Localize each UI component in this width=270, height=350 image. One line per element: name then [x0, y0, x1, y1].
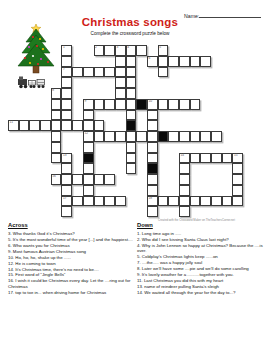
- no-cell: [83, 56, 94, 67]
- no-cell: [40, 110, 51, 121]
- answer-cell[interactable]: [168, 99, 179, 110]
- answer-cell[interactable]: 13: [61, 153, 72, 164]
- answer-cell[interactable]: [83, 110, 94, 121]
- answer-cell[interactable]: [190, 196, 201, 207]
- answer-cell[interactable]: [104, 196, 115, 207]
- no-cell: [168, 120, 179, 131]
- answer-cell[interactable]: [136, 45, 147, 56]
- answer-cell[interactable]: [104, 131, 115, 142]
- no-cell: [211, 77, 222, 88]
- answer-cell[interactable]: [104, 174, 115, 185]
- answer-cell[interactable]: [51, 120, 62, 131]
- no-cell: [115, 110, 126, 121]
- no-cell: [232, 99, 243, 110]
- answer-cell[interactable]: [147, 110, 158, 121]
- no-cell: [94, 88, 105, 99]
- no-cell: [19, 56, 30, 67]
- answer-cell[interactable]: [179, 99, 190, 110]
- answer-cell[interactable]: [51, 110, 62, 121]
- answer-cell[interactable]: [61, 120, 72, 131]
- no-cell: [168, 67, 179, 78]
- across-clue-list: 3. Who thanks God it's Christmas?5. It's…: [8, 231, 135, 295]
- answer-cell[interactable]: [222, 196, 233, 207]
- down-clues-section: Down 1. Long time ago in .....2. Who did…: [137, 222, 263, 296]
- no-cell: [51, 67, 62, 78]
- no-cell: [8, 163, 19, 174]
- answer-cell[interactable]: [200, 131, 211, 142]
- no-cell: [136, 88, 147, 99]
- answer-cell[interactable]: 11: [8, 120, 19, 131]
- answer-cell[interactable]: [190, 131, 201, 142]
- no-cell: [179, 67, 190, 78]
- answer-cell[interactable]: 17: [61, 196, 72, 207]
- no-cell: [126, 206, 137, 217]
- clue-number: 10: [149, 100, 153, 103]
- answer-cell[interactable]: 5: [158, 45, 169, 56]
- no-cell: [136, 110, 147, 121]
- answer-cell[interactable]: [147, 142, 158, 153]
- no-cell: [83, 206, 94, 217]
- page-subtitle: Complete the crossword puzzle below: [48, 31, 212, 36]
- answer-cell[interactable]: [83, 163, 94, 174]
- no-cell: [136, 153, 147, 164]
- answer-cell[interactable]: [61, 174, 72, 185]
- no-cell: [104, 153, 115, 164]
- no-cell: [104, 206, 115, 217]
- answer-cell[interactable]: [115, 196, 126, 207]
- no-cell: [158, 163, 169, 174]
- no-cell: [51, 45, 62, 56]
- answer-cell[interactable]: [179, 131, 190, 142]
- answer-cell[interactable]: [83, 185, 94, 196]
- no-cell: [94, 56, 105, 67]
- no-cell: [19, 153, 30, 164]
- no-cell: [179, 142, 190, 153]
- across-clue: 6. Who wants you for Christmas: [8, 243, 135, 248]
- no-cell: [211, 56, 222, 67]
- answer-cell[interactable]: [179, 206, 190, 217]
- black-cell: [158, 131, 169, 142]
- answer-cell[interactable]: [147, 174, 158, 185]
- no-cell: [19, 77, 30, 88]
- clue-number: 7: [63, 68, 65, 71]
- answer-cell[interactable]: [51, 99, 62, 110]
- answer-cell[interactable]: [61, 56, 72, 67]
- no-cell: [211, 45, 222, 56]
- no-cell: [211, 67, 222, 78]
- clue-number: 13: [63, 154, 67, 157]
- answer-cell[interactable]: [61, 206, 72, 217]
- no-cell: [72, 185, 83, 196]
- across-clue: 16. I wish it could be Christmas every d…: [8, 278, 135, 289]
- answer-cell[interactable]: [126, 131, 137, 142]
- no-cell: [158, 120, 169, 131]
- no-cell: [168, 185, 179, 196]
- answer-cell[interactable]: [61, 163, 72, 174]
- answer-cell[interactable]: 1: [61, 45, 72, 56]
- no-cell: [40, 153, 51, 164]
- no-cell: [29, 174, 40, 185]
- no-cell: [211, 174, 222, 185]
- answer-cell[interactable]: [232, 185, 243, 196]
- answer-cell[interactable]: [115, 88, 126, 99]
- answer-cell[interactable]: [168, 196, 179, 207]
- no-cell: [136, 196, 147, 207]
- answer-cell[interactable]: [126, 67, 137, 78]
- no-cell: [190, 45, 201, 56]
- answer-cell[interactable]: [126, 88, 137, 99]
- no-cell: [51, 56, 62, 67]
- no-cell: [8, 153, 19, 164]
- no-cell: [72, 99, 83, 110]
- answer-cell[interactable]: 7: [61, 67, 72, 78]
- no-cell: [158, 185, 169, 196]
- answer-cell[interactable]: [94, 131, 105, 142]
- no-cell: [8, 131, 19, 142]
- answer-cell[interactable]: [61, 110, 72, 121]
- no-cell: [211, 142, 222, 153]
- answer-cell[interactable]: [104, 67, 115, 78]
- answer-cell[interactable]: [211, 153, 222, 164]
- clue-number: 18: [149, 197, 153, 200]
- no-cell: [126, 185, 137, 196]
- answer-cell[interactable]: 4: [126, 45, 137, 56]
- answer-cell[interactable]: [115, 131, 126, 142]
- answer-cell[interactable]: 2: [94, 45, 105, 56]
- no-cell: [115, 185, 126, 196]
- no-cell: [136, 185, 147, 196]
- no-cell: [222, 142, 233, 153]
- no-cell: [83, 88, 94, 99]
- no-cell: [158, 174, 169, 185]
- answer-cell[interactable]: 3: [115, 45, 126, 56]
- no-cell: [168, 206, 179, 217]
- clue-number: 9: [84, 100, 86, 103]
- answer-cell[interactable]: [61, 99, 72, 110]
- no-cell: [136, 120, 147, 131]
- answer-cell[interactable]: [179, 56, 190, 67]
- no-cell: [94, 163, 105, 174]
- clue-number: 15: [234, 154, 238, 157]
- no-cell: [168, 174, 179, 185]
- no-cell: [104, 163, 115, 174]
- no-cell: [72, 45, 83, 56]
- answer-cell[interactable]: 10: [147, 99, 158, 110]
- no-cell: [222, 56, 233, 67]
- crossword-grid: 123456789101112131415161718: [8, 45, 243, 217]
- no-cell: [222, 110, 233, 121]
- answer-cell[interactable]: [200, 153, 211, 164]
- no-cell: [72, 56, 83, 67]
- no-cell: [222, 120, 233, 131]
- clue-number: 14: [181, 154, 185, 157]
- no-cell: [158, 153, 169, 164]
- no-cell: [190, 77, 201, 88]
- no-cell: [200, 110, 211, 121]
- answer-cell[interactable]: 6: [147, 56, 158, 67]
- no-cell: [94, 153, 105, 164]
- no-cell: [29, 45, 40, 56]
- no-cell: [51, 196, 62, 207]
- no-cell: [190, 110, 201, 121]
- no-cell: [179, 120, 190, 131]
- no-cell: [115, 174, 126, 185]
- down-header: Down: [137, 222, 263, 229]
- answer-cell[interactable]: [94, 174, 105, 185]
- answer-cell[interactable]: 16: [51, 174, 62, 185]
- no-cell: [83, 77, 94, 88]
- no-cell: [19, 99, 30, 110]
- no-cell: [222, 131, 233, 142]
- answer-cell[interactable]: [158, 56, 169, 67]
- no-cell: [222, 163, 233, 174]
- answer-cell[interactable]: [104, 45, 115, 56]
- answer-cell[interactable]: [179, 185, 190, 196]
- no-cell: [115, 206, 126, 217]
- answer-cell[interactable]: [29, 120, 40, 131]
- no-cell: [40, 45, 51, 56]
- answer-cell[interactable]: [94, 67, 105, 78]
- no-cell: [190, 67, 201, 78]
- answer-cell[interactable]: [147, 120, 158, 131]
- no-cell: [200, 163, 211, 174]
- no-cell: [136, 163, 147, 174]
- no-cell: [232, 131, 243, 142]
- answer-cell[interactable]: [94, 99, 105, 110]
- no-cell: [94, 77, 105, 88]
- answer-cell[interactable]: 18: [147, 196, 158, 207]
- no-cell: [29, 163, 40, 174]
- answer-cell[interactable]: [200, 196, 211, 207]
- no-cell: [40, 142, 51, 153]
- no-cell: [232, 56, 243, 67]
- answer-cell[interactable]: [126, 77, 137, 88]
- answer-cell[interactable]: [72, 120, 83, 131]
- answer-cell[interactable]: [126, 142, 137, 153]
- no-cell: [136, 206, 147, 217]
- no-cell: [29, 77, 40, 88]
- no-cell: [232, 142, 243, 153]
- no-cell: [200, 67, 211, 78]
- no-cell: [211, 185, 222, 196]
- answer-cell[interactable]: [72, 196, 83, 207]
- answer-cell[interactable]: [72, 174, 83, 185]
- answer-cell[interactable]: [179, 174, 190, 185]
- no-cell: [8, 196, 19, 207]
- answer-cell[interactable]: [147, 206, 158, 217]
- answer-cell[interactable]: [126, 56, 137, 67]
- no-cell: [115, 153, 126, 164]
- no-cell: [19, 110, 30, 121]
- answer-cell[interactable]: [83, 120, 94, 131]
- answer-cell[interactable]: 12: [83, 131, 94, 142]
- no-cell: [200, 206, 211, 217]
- answer-cell[interactable]: [115, 56, 126, 67]
- no-cell: [19, 67, 30, 78]
- across-clue: 5. It's the most wonderful time of the y…: [8, 237, 135, 242]
- no-cell: [8, 45, 19, 56]
- answer-cell[interactable]: [72, 67, 83, 78]
- no-cell: [222, 45, 233, 56]
- no-cell: [19, 185, 30, 196]
- no-cell: [40, 99, 51, 110]
- answer-cell[interactable]: [104, 99, 115, 110]
- answer-cell[interactable]: [179, 163, 190, 174]
- down-clue: 5. Coldplay's Christmas lights keep ....…: [137, 254, 263, 259]
- answer-cell[interactable]: [83, 174, 94, 185]
- no-cell: [232, 77, 243, 88]
- black-cell: [83, 153, 94, 164]
- answer-cell[interactable]: [211, 196, 222, 207]
- across-clue: 9. Most famous Austrian Christmas song: [8, 249, 135, 254]
- answer-cell[interactable]: [168, 56, 179, 67]
- no-cell: [179, 77, 190, 88]
- no-cell: [19, 88, 30, 99]
- answer-cell[interactable]: [179, 196, 190, 207]
- no-cell: [222, 185, 233, 196]
- no-cell: [83, 45, 94, 56]
- no-cell: [8, 99, 19, 110]
- answer-cell[interactable]: [19, 120, 30, 131]
- no-cell: [8, 142, 19, 153]
- no-cell: [190, 163, 201, 174]
- answer-cell[interactable]: [61, 77, 72, 88]
- clue-number: 12: [84, 132, 88, 135]
- no-cell: [51, 185, 62, 196]
- answer-cell[interactable]: [126, 110, 137, 121]
- no-cell: [222, 88, 233, 99]
- no-cell: [200, 174, 211, 185]
- no-cell: [40, 163, 51, 174]
- no-cell: [200, 88, 211, 99]
- no-cell: [8, 77, 19, 88]
- answer-cell[interactable]: [83, 67, 94, 78]
- answer-cell[interactable]: [232, 196, 243, 207]
- answer-cell[interactable]: [147, 131, 158, 142]
- answer-cell[interactable]: [51, 131, 62, 142]
- down-clue: 2. Who did I see kissing Santa Claus las…: [137, 237, 263, 242]
- no-cell: [61, 131, 72, 142]
- answer-cell[interactable]: [232, 163, 243, 174]
- answer-cell[interactable]: [147, 185, 158, 196]
- answer-cell[interactable]: [211, 131, 222, 142]
- no-cell: [8, 67, 19, 78]
- answer-cell[interactable]: [168, 131, 179, 142]
- answer-cell[interactable]: 14: [179, 153, 190, 164]
- no-cell: [29, 142, 40, 153]
- answer-cell[interactable]: [94, 120, 105, 131]
- no-cell: [104, 142, 115, 153]
- no-cell: [19, 174, 30, 185]
- answer-cell[interactable]: [126, 163, 137, 174]
- answer-cell[interactable]: [61, 88, 72, 99]
- no-cell: [232, 88, 243, 99]
- no-cell: [94, 142, 105, 153]
- no-cell: [72, 88, 83, 99]
- no-cell: [19, 142, 30, 153]
- answer-cell[interactable]: [51, 142, 62, 153]
- down-clue: 9. It's lovely weather for a ..........t…: [137, 272, 263, 277]
- answer-cell[interactable]: [158, 67, 169, 78]
- no-cell: [200, 142, 211, 153]
- no-cell: [8, 110, 19, 121]
- answer-cell[interactable]: [83, 142, 94, 153]
- no-cell: [211, 110, 222, 121]
- no-cell: [40, 88, 51, 99]
- no-cell: [232, 206, 243, 217]
- answer-cell[interactable]: [136, 131, 147, 142]
- answer-cell[interactable]: [126, 153, 137, 164]
- answer-cell[interactable]: 8: [51, 88, 62, 99]
- no-cell: [94, 206, 105, 217]
- no-cell: [72, 77, 83, 88]
- answer-cell[interactable]: [115, 67, 126, 78]
- answer-cell[interactable]: [115, 99, 126, 110]
- no-cell: [232, 67, 243, 78]
- no-cell: [72, 153, 83, 164]
- answer-cell[interactable]: [190, 153, 201, 164]
- no-cell: [200, 77, 211, 88]
- no-cell: [40, 56, 51, 67]
- no-cell: [29, 185, 40, 196]
- no-cell: [29, 206, 40, 217]
- across-clue: 10. Ho, ho, ho, shake up the ......: [8, 255, 135, 260]
- answer-cell[interactable]: [94, 196, 105, 207]
- no-cell: [168, 88, 179, 99]
- no-cell: [147, 67, 158, 78]
- answer-cell[interactable]: [61, 185, 72, 196]
- no-cell: [51, 77, 62, 88]
- no-cell: [29, 67, 40, 78]
- no-cell: [211, 120, 222, 131]
- answer-cell[interactable]: [51, 153, 62, 164]
- answer-cell[interactable]: [222, 153, 233, 164]
- down-clue: 14. We waited all through the year for t…: [137, 290, 263, 295]
- down-clue-list: 1. Long time ago in .....2. Who did I se…: [137, 231, 263, 295]
- answer-cell[interactable]: [115, 77, 126, 88]
- no-cell: [104, 185, 115, 196]
- no-cell: [40, 174, 51, 185]
- no-cell: [8, 174, 19, 185]
- across-clue: 3. Who thanks God it's Christmas?: [8, 231, 135, 236]
- answer-cell[interactable]: [126, 99, 137, 110]
- answer-cell[interactable]: [158, 99, 169, 110]
- no-cell: [115, 120, 126, 131]
- no-cell: [168, 45, 179, 56]
- no-cell: [232, 120, 243, 131]
- clue-number: 2: [95, 46, 97, 49]
- answer-cell[interactable]: [200, 56, 211, 67]
- down-clue: 11. Last Christmas you did this with my …: [137, 278, 263, 283]
- answer-cell[interactable]: 15: [232, 153, 243, 164]
- no-cell: [147, 77, 158, 88]
- answer-cell[interactable]: [147, 153, 158, 164]
- no-cell: [19, 45, 30, 56]
- no-cell: [19, 131, 30, 142]
- no-cell: [19, 196, 30, 207]
- answer-cell[interactable]: [83, 196, 94, 207]
- answer-cell[interactable]: [232, 174, 243, 185]
- no-cell: [51, 163, 62, 174]
- answer-cell[interactable]: [190, 99, 201, 110]
- answer-cell[interactable]: [40, 120, 51, 131]
- across-clue: 14. It's Christmas time, there's no need…: [8, 267, 135, 272]
- no-cell: [190, 206, 201, 217]
- answer-cell[interactable]: [158, 196, 169, 207]
- answer-cell[interactable]: 9: [83, 99, 94, 110]
- answer-cell[interactable]: [190, 56, 201, 67]
- no-cell: [158, 88, 169, 99]
